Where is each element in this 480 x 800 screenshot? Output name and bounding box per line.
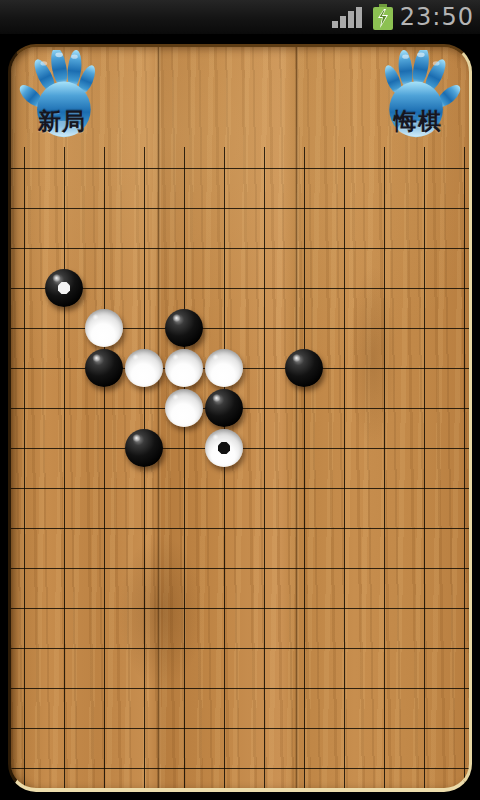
stone-glint <box>52 274 61 282</box>
grid-hline <box>11 688 469 689</box>
stone-black <box>285 349 323 387</box>
grid-vline <box>384 147 385 788</box>
stone-glint <box>212 394 221 402</box>
grid-vline <box>64 147 65 788</box>
stone-black <box>205 389 243 427</box>
grid-hline <box>11 488 469 489</box>
stone-white <box>205 349 243 387</box>
grid-vline <box>144 147 145 788</box>
stone-black <box>85 349 123 387</box>
undo-label: 悔棋 <box>374 106 462 137</box>
last-move-marker <box>218 442 230 454</box>
battery-charging-icon <box>372 4 394 30</box>
grid-vline <box>464 147 465 788</box>
grid-hline <box>11 528 469 529</box>
grid-hline <box>11 568 469 569</box>
stone-glint <box>92 354 101 362</box>
gomoku-board[interactable] <box>8 44 472 792</box>
wood-plank-seam <box>295 47 299 788</box>
signal-strength-icon <box>332 5 366 29</box>
grid-hline <box>11 208 469 209</box>
stone-glint <box>212 434 219 440</box>
grid-vline <box>424 147 425 788</box>
grid-vline <box>264 147 265 788</box>
last-move-marker <box>58 282 70 294</box>
new-game-label: 新局 <box>18 106 106 137</box>
grid-hline <box>11 168 469 169</box>
stone-glint <box>212 354 219 360</box>
grid-hline <box>11 328 469 329</box>
stone-black <box>45 269 83 307</box>
grid-hline <box>11 648 469 649</box>
grid-vline <box>184 147 185 788</box>
stone-glint <box>132 354 139 360</box>
grid-vline <box>24 147 25 788</box>
wood-plank-seam <box>157 47 161 788</box>
stone-glint <box>132 434 141 442</box>
stone-glint <box>292 354 301 362</box>
grid-hline <box>11 768 469 769</box>
grid-hline <box>11 248 469 249</box>
stone-white <box>165 349 203 387</box>
stone-glint <box>172 394 179 400</box>
stone-white <box>165 389 203 427</box>
stone-white <box>205 429 243 467</box>
stone-glint <box>92 314 99 320</box>
status-bar: 23:50 <box>0 0 480 34</box>
grid-hline <box>11 728 469 729</box>
undo-button[interactable]: 悔棋 <box>374 50 462 140</box>
grid-vline <box>224 147 225 788</box>
grid-vline <box>304 147 305 788</box>
stone-black <box>165 309 203 347</box>
stone-white <box>125 349 163 387</box>
grid-vline <box>344 147 345 788</box>
stone-glint <box>172 314 181 322</box>
stone-glint <box>172 354 179 360</box>
stone-black <box>125 429 163 467</box>
clock: 23:50 <box>400 0 474 34</box>
grid-vline <box>104 147 105 788</box>
new-game-button[interactable]: 新局 <box>18 50 106 140</box>
stone-white <box>85 309 123 347</box>
grid-hline <box>11 608 469 609</box>
